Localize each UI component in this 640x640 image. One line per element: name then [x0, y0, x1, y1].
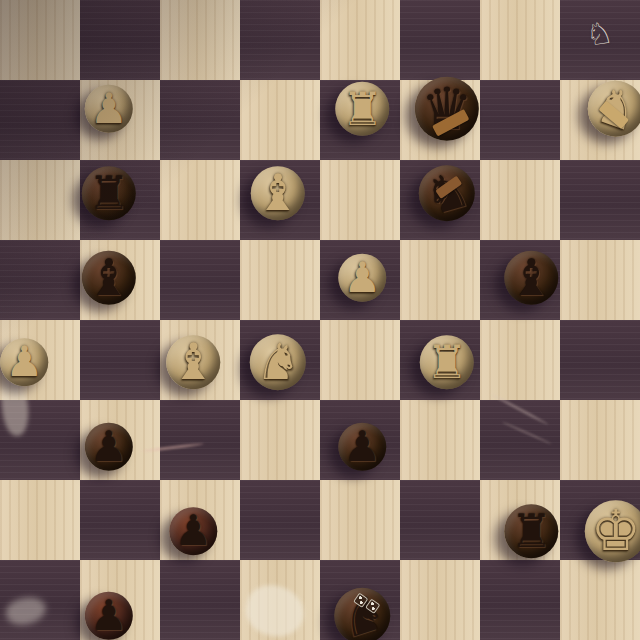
bishop-icon: ♝ [86, 253, 131, 303]
pawn-icon: ♟ [90, 595, 128, 637]
square-g7[interactable] [480, 80, 560, 160]
square-e6[interactable] [320, 160, 400, 240]
light-rook-f4[interactable]: ♜ [400, 320, 480, 400]
dark-rook-g2[interactable]: ♜ [480, 480, 560, 560]
square-h5[interactable] [560, 240, 640, 320]
square-c8[interactable] [160, 0, 240, 80]
dark-bishop-b5[interactable]: ♝ [80, 240, 160, 320]
piece-lean-wrapper: ♟ [322, 238, 402, 318]
bishop-icon: ♝ [255, 168, 300, 218]
piece-lean-wrapper: ♟ [69, 407, 149, 487]
light-bishop-d6[interactable]: ♝ [240, 160, 320, 240]
piece-lean-wrapper: ♚ [576, 491, 640, 571]
piece-lean-wrapper: ♞ [238, 322, 318, 402]
dark-knight-e1[interactable]: ♞ [320, 560, 400, 640]
square-d7[interactable] [240, 80, 320, 160]
piece-lean-wrapper: ♟ [153, 491, 233, 571]
pawn-icon: ♟ [90, 426, 128, 468]
piece-lean-wrapper: ♝ [238, 153, 318, 233]
square-d2[interactable] [240, 480, 320, 560]
piece-lean-wrapper: ♞ [407, 153, 487, 233]
dark-bishop-g5[interactable]: ♝ [480, 240, 560, 320]
rook-icon: ♜ [511, 508, 552, 554]
piece-lean-wrapper: ♞ [576, 69, 640, 149]
light-pawn-b7[interactable]: ♟ [80, 80, 160, 160]
square-h3[interactable] [560, 400, 640, 480]
bishop-icon: ♝ [171, 337, 216, 387]
square-a2[interactable] [0, 480, 80, 560]
piece-lean-wrapper: ♞ [322, 576, 402, 640]
white-knight-emblem: ♘ [584, 14, 616, 52]
piece-lean-wrapper: ♝ [69, 238, 149, 318]
piece-lean-wrapper: ♟ [69, 576, 149, 640]
square-c3[interactable] [160, 400, 240, 480]
square-c1[interactable] [160, 560, 240, 640]
pawn-icon: ♟ [343, 257, 381, 299]
square-e2[interactable] [320, 480, 400, 560]
chessboard-photo: ♘ ♟♜♛♞♜♝♞♝♟♝♟♝♞♜♟♟♟♜♚♟♞ [0, 0, 640, 640]
light-bishop-c4[interactable]: ♝ [160, 320, 240, 400]
piece-lean-wrapper: ♜ [69, 153, 149, 233]
square-f2[interactable] [400, 480, 480, 560]
piece-lean-wrapper: ♟ [0, 322, 64, 402]
square-d5[interactable] [240, 240, 320, 320]
piece-lean-wrapper: ♝ [491, 238, 571, 318]
knight-icon: ♞ [255, 337, 300, 387]
square-f5[interactable] [400, 240, 480, 320]
square-c6[interactable] [160, 160, 240, 240]
rook-icon: ♜ [342, 86, 383, 132]
piece-lean-wrapper: ♛ [407, 69, 487, 149]
light-king-h2[interactable]: ♚ [560, 480, 640, 560]
square-f1[interactable] [400, 560, 480, 640]
dark-rook-b6[interactable]: ♜ [80, 160, 160, 240]
light-rook-e7[interactable]: ♜ [320, 80, 400, 160]
dark-pawn-b3[interactable]: ♟ [80, 400, 160, 480]
square-g1[interactable] [480, 560, 560, 640]
pawn-icon: ♟ [90, 88, 128, 130]
light-knight-d4[interactable]: ♞ [240, 320, 320, 400]
square-h4[interactable] [560, 320, 640, 400]
square-g6[interactable] [480, 160, 560, 240]
dark-pawn-e3[interactable]: ♟ [320, 400, 400, 480]
piece-lean-wrapper: ♟ [69, 69, 149, 149]
square-d8[interactable] [240, 0, 320, 80]
pawn-icon: ♟ [5, 341, 43, 383]
pawn-icon: ♟ [343, 426, 381, 468]
square-g3[interactable] [480, 400, 560, 480]
light-knight-h7[interactable]: ♞ [560, 80, 640, 160]
dark-pawn-c2[interactable]: ♟ [160, 480, 240, 560]
light-pawn-a4[interactable]: ♟ [0, 320, 80, 400]
dark-knight-f6[interactable]: ♞ [400, 160, 480, 240]
square-b2[interactable] [80, 480, 160, 560]
square-e4[interactable] [320, 320, 400, 400]
rook-icon: ♜ [88, 170, 129, 216]
piece-lean-wrapper: ♟ [322, 407, 402, 487]
square-g4[interactable] [480, 320, 560, 400]
dark-pawn-b1[interactable]: ♟ [80, 560, 160, 640]
piece-lean-wrapper: ♜ [407, 322, 487, 402]
king-icon: ♚ [591, 503, 640, 559]
piece-lean-wrapper: ♝ [153, 322, 233, 402]
piece-lean-wrapper: ♜ [322, 69, 402, 149]
pawn-icon: ♟ [174, 510, 212, 552]
light-pawn-e5[interactable]: ♟ [320, 240, 400, 320]
square-c7[interactable] [160, 80, 240, 160]
square-d3[interactable] [240, 400, 320, 480]
square-c5[interactable] [160, 240, 240, 320]
dark-queen-f7[interactable]: ♛ [400, 80, 480, 160]
bishop-icon: ♝ [509, 253, 554, 303]
square-h6[interactable] [560, 160, 640, 240]
square-h1[interactable] [560, 560, 640, 640]
square-g8[interactable] [480, 0, 560, 80]
square-b4[interactable] [80, 320, 160, 400]
square-f3[interactable] [400, 400, 480, 480]
rook-icon: ♜ [426, 339, 467, 385]
